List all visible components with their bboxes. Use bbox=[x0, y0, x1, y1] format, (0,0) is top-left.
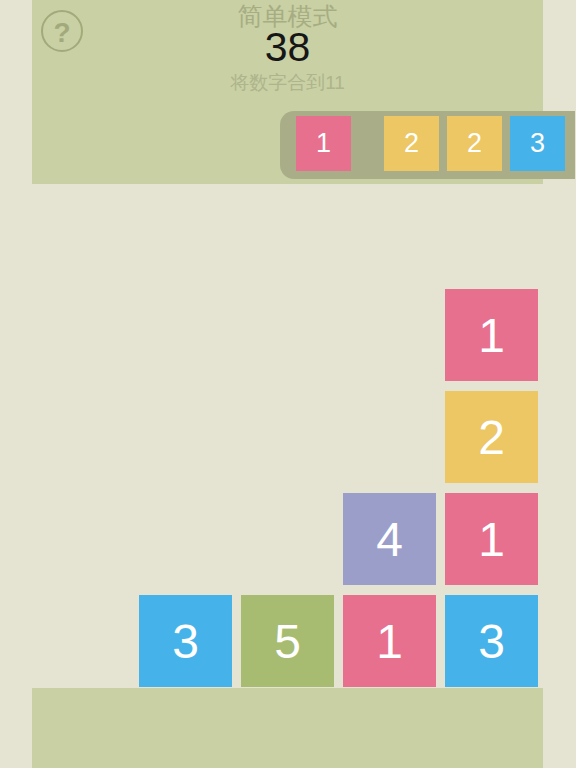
next-tiles-tray: 1223 bbox=[280, 111, 575, 179]
queue-tile: 2 bbox=[384, 116, 439, 171]
board-tile[interactable]: 4 bbox=[343, 493, 436, 585]
board[interactable]: 12413513 bbox=[37, 289, 538, 687]
board-tile[interactable]: 1 bbox=[445, 289, 538, 381]
header-panel: ? 简单模式 38 将数字合到11 1223 bbox=[32, 0, 543, 184]
board-tile[interactable]: 3 bbox=[445, 595, 538, 687]
floor-bar bbox=[32, 688, 543, 768]
board-tile[interactable]: 2 bbox=[445, 391, 538, 483]
board-tile[interactable]: 5 bbox=[241, 595, 334, 687]
board-tile[interactable]: 1 bbox=[343, 595, 436, 687]
queue-tile: 3 bbox=[510, 116, 565, 171]
score-value: 38 bbox=[32, 27, 543, 67]
goal-hint: 将数字合到11 bbox=[32, 71, 543, 95]
queue-tile-current: 1 bbox=[296, 116, 351, 171]
board-tile[interactable]: 3 bbox=[139, 595, 232, 687]
board-tile[interactable]: 1 bbox=[445, 493, 538, 585]
queue-tile: 2 bbox=[447, 116, 502, 171]
